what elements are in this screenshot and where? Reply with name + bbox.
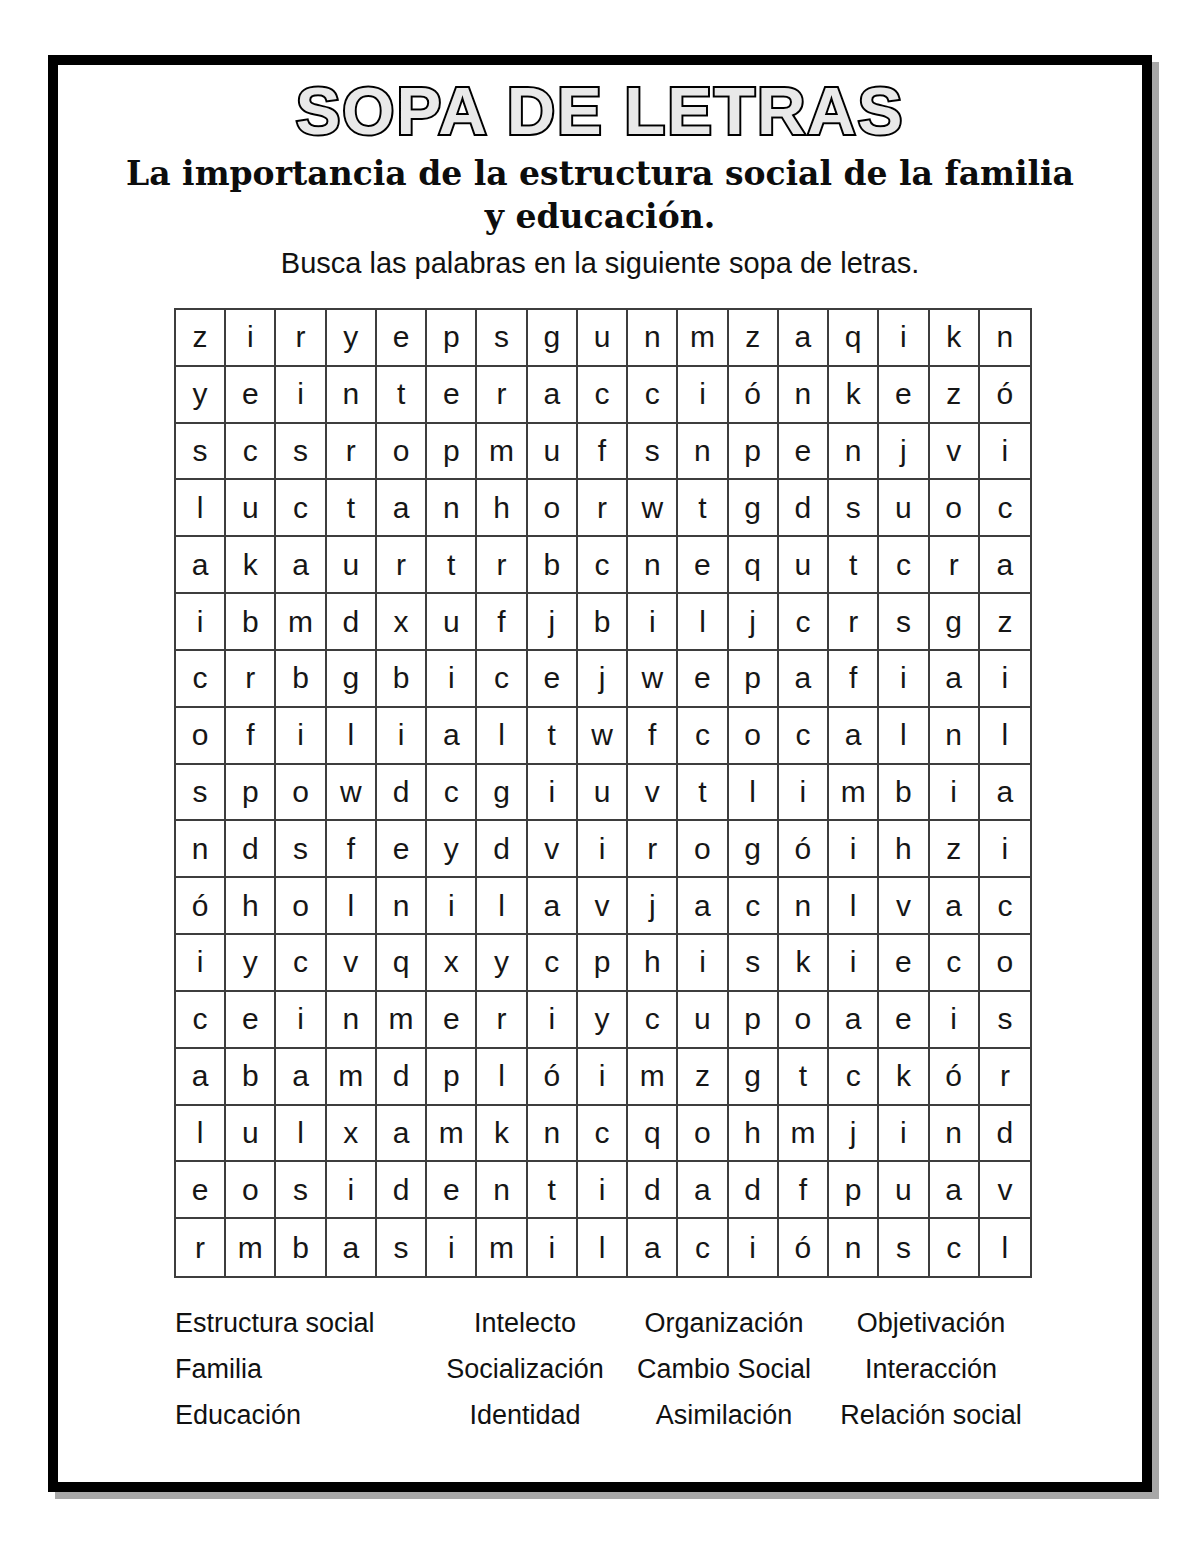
grid-cell-r14c1[interactable]: a	[176, 1049, 226, 1106]
puzzle-subtitle-line-2: y educación.	[0, 195, 1200, 238]
grid-cell-r10c16[interactable]: z	[930, 821, 980, 878]
grid-cell-r3c7[interactable]: m	[477, 424, 527, 481]
grid-cell-r3c17[interactable]: i	[980, 424, 1030, 481]
grid-cell-r11c5[interactable]: n	[377, 878, 427, 935]
grid-cell-r11c17[interactable]: c	[980, 878, 1030, 935]
grid-cell-r2c6[interactable]: e	[427, 367, 477, 424]
grid-cell-r16c14[interactable]: p	[829, 1162, 879, 1219]
grid-cell-r12c10[interactable]: h	[628, 935, 678, 992]
grid-cell-r17c15[interactable]: s	[879, 1219, 929, 1276]
grid-cell-r16c4[interactable]: i	[327, 1162, 377, 1219]
grid-cell-r14c7[interactable]: l	[477, 1049, 527, 1106]
grid-cell-r9c5[interactable]: d	[377, 765, 427, 822]
grid-cell-r8c4[interactable]: l	[327, 708, 377, 765]
grid-cell-r16c11[interactable]: a	[678, 1162, 728, 1219]
grid-cell-r11c4[interactable]: l	[327, 878, 377, 935]
grid-cell-r16c15[interactable]: u	[879, 1162, 929, 1219]
grid-cell-r13c16[interactable]: i	[930, 992, 980, 1049]
grid-cell-r2c11[interactable]: i	[678, 367, 728, 424]
grid-cell-r10c1[interactable]: n	[176, 821, 226, 878]
grid-cell-r16c10[interactable]: d	[628, 1162, 678, 1219]
grid-cell-r2c15[interactable]: e	[879, 367, 929, 424]
grid-cell-r13c17[interactable]: s	[980, 992, 1030, 1049]
grid-cell-r3c9[interactable]: f	[578, 424, 628, 481]
grid-cell-r15c2[interactable]: u	[226, 1106, 276, 1163]
grid-cell-r10c3[interactable]: s	[276, 821, 326, 878]
grid-cell-r8c12[interactable]: o	[729, 708, 779, 765]
grid-cell-r1c2[interactable]: i	[226, 310, 276, 367]
grid-cell-r5c7[interactable]: r	[477, 537, 527, 594]
grid-cell-r16c6[interactable]: e	[427, 1162, 477, 1219]
grid-cell-r16c8[interactable]: t	[528, 1162, 578, 1219]
grid-cell-r3c13[interactable]: e	[779, 424, 829, 481]
grid-cell-r17c6[interactable]: i	[427, 1219, 477, 1276]
grid-cell-r11c10[interactable]: j	[628, 878, 678, 935]
grid-cell-r7c9[interactable]: j	[578, 651, 628, 708]
grid-cell-r17c9[interactable]: l	[578, 1219, 628, 1276]
grid-cell-r6c13[interactable]: c	[779, 594, 829, 651]
grid-cell-r14c5[interactable]: d	[377, 1049, 427, 1106]
grid-cell-r13c3[interactable]: i	[276, 992, 326, 1049]
grid-cell-r3c1[interactable]: s	[176, 424, 226, 481]
grid-cell-r1c12[interactable]: z	[729, 310, 779, 367]
grid-cell-r8c7[interactable]: l	[477, 708, 527, 765]
grid-cell-r14c10[interactable]: m	[628, 1049, 678, 1106]
grid-cell-r1c7[interactable]: s	[477, 310, 527, 367]
grid-cell-r1c3[interactable]: r	[276, 310, 326, 367]
grid-cell-r17c7[interactable]: m	[477, 1219, 527, 1276]
grid-cell-r15c15[interactable]: i	[879, 1106, 929, 1163]
grid-cell-r2c2[interactable]: e	[226, 367, 276, 424]
grid-cell-r7c17[interactable]: i	[980, 651, 1030, 708]
grid-cell-r15c14[interactable]: j	[829, 1106, 879, 1163]
grid-cell-r9c13[interactable]: i	[779, 765, 829, 822]
grid-cell-r7c12[interactable]: p	[729, 651, 779, 708]
grid-cell-r13c14[interactable]: a	[829, 992, 879, 1049]
grid-cell-r8c13[interactable]: c	[779, 708, 829, 765]
grid-cell-r3c5[interactable]: o	[377, 424, 427, 481]
grid-cell-r15c3[interactable]: l	[276, 1106, 326, 1163]
grid-cell-r6c8[interactable]: j	[528, 594, 578, 651]
grid-cell-r5c5[interactable]: r	[377, 537, 427, 594]
grid-cell-r6c10[interactable]: i	[628, 594, 678, 651]
grid-cell-r5c13[interactable]: u	[779, 537, 829, 594]
grid-cell-r1c6[interactable]: p	[427, 310, 477, 367]
grid-cell-r13c2[interactable]: e	[226, 992, 276, 1049]
grid-cell-r8c11[interactable]: c	[678, 708, 728, 765]
grid-cell-r11c16[interactable]: a	[930, 878, 980, 935]
grid-cell-r4c5[interactable]: a	[377, 480, 427, 537]
grid-cell-r3c16[interactable]: v	[930, 424, 980, 481]
grid-cell-r17c5[interactable]: s	[377, 1219, 427, 1276]
grid-cell-r14c11[interactable]: z	[678, 1049, 728, 1106]
grid-cell-r11c11[interactable]: a	[678, 878, 728, 935]
grid-cell-r4c6[interactable]: n	[427, 480, 477, 537]
grid-cell-r9c8[interactable]: i	[528, 765, 578, 822]
grid-cell-r16c9[interactable]: i	[578, 1162, 628, 1219]
grid-cell-r15c10[interactable]: q	[628, 1106, 678, 1163]
grid-cell-r5c17[interactable]: a	[980, 537, 1030, 594]
grid-cell-r14c13[interactable]: t	[779, 1049, 829, 1106]
grid-cell-r8c6[interactable]: a	[427, 708, 477, 765]
grid-cell-r6c12[interactable]: j	[729, 594, 779, 651]
grid-cell-r15c9[interactable]: c	[578, 1106, 628, 1163]
grid-cell-r8c5[interactable]: i	[377, 708, 427, 765]
grid-cell-r6c2[interactable]: b	[226, 594, 276, 651]
grid-cell-r3c10[interactable]: s	[628, 424, 678, 481]
grid-cell-r1c10[interactable]: n	[628, 310, 678, 367]
grid-cell-r17c4[interactable]: a	[327, 1219, 377, 1276]
grid-cell-r13c10[interactable]: c	[628, 992, 678, 1049]
grid-cell-r14c2[interactable]: b	[226, 1049, 276, 1106]
grid-cell-r2c14[interactable]: k	[829, 367, 879, 424]
grid-cell-r4c9[interactable]: r	[578, 480, 628, 537]
grid-cell-r16c16[interactable]: a	[930, 1162, 980, 1219]
grid-cell-r10c15[interactable]: h	[879, 821, 929, 878]
grid-cell-r5c3[interactable]: a	[276, 537, 326, 594]
grid-cell-r9c15[interactable]: b	[879, 765, 929, 822]
grid-cell-r5c14[interactable]: t	[829, 537, 879, 594]
grid-cell-r16c2[interactable]: o	[226, 1162, 276, 1219]
grid-cell-r5c1[interactable]: a	[176, 537, 226, 594]
grid-cell-r2c1[interactable]: y	[176, 367, 226, 424]
grid-cell-r9c7[interactable]: g	[477, 765, 527, 822]
grid-cell-r14c9[interactable]: i	[578, 1049, 628, 1106]
grid-cell-r2c8[interactable]: a	[528, 367, 578, 424]
grid-cell-r5c2[interactable]: k	[226, 537, 276, 594]
grid-cell-r15c4[interactable]: x	[327, 1106, 377, 1163]
grid-cell-r10c17[interactable]: i	[980, 821, 1030, 878]
grid-cell-r12c9[interactable]: p	[578, 935, 628, 992]
grid-cell-r8c2[interactable]: f	[226, 708, 276, 765]
grid-cell-r6c6[interactable]: u	[427, 594, 477, 651]
puzzle-title: SOPA DE LETRAS	[0, 72, 1200, 149]
grid-cell-r3c6[interactable]: p	[427, 424, 477, 481]
grid-cell-r2c4[interactable]: n	[327, 367, 377, 424]
grid-cell-r10c11[interactable]: o	[678, 821, 728, 878]
grid-cell-r17c10[interactable]: a	[628, 1219, 678, 1276]
word-bank-column-4: ObjetivaciónInteracciónRelación social	[831, 1300, 1031, 1438]
grid-cell-r15c16[interactable]: n	[930, 1106, 980, 1163]
grid-cell-r13c13[interactable]: o	[779, 992, 829, 1049]
grid-cell-r3c11[interactable]: n	[678, 424, 728, 481]
grid-cell-r6c4[interactable]: d	[327, 594, 377, 651]
grid-cell-r11c3[interactable]: o	[276, 878, 326, 935]
grid-cell-r7c6[interactable]: i	[427, 651, 477, 708]
grid-cell-r9c16[interactable]: i	[930, 765, 980, 822]
grid-cell-r9c1[interactable]: s	[176, 765, 226, 822]
grid-cell-r13c1[interactable]: c	[176, 992, 226, 1049]
grid-cell-r12c12[interactable]: s	[729, 935, 779, 992]
grid-cell-r5c6[interactable]: t	[427, 537, 477, 594]
grid-cell-r5c12[interactable]: q	[729, 537, 779, 594]
grid-cell-r13c7[interactable]: r	[477, 992, 527, 1049]
grid-cell-r6c7[interactable]: f	[477, 594, 527, 651]
grid-cell-r10c2[interactable]: d	[226, 821, 276, 878]
grid-cell-r7c7[interactable]: c	[477, 651, 527, 708]
grid-cell-r13c15[interactable]: e	[879, 992, 929, 1049]
grid-cell-r1c11[interactable]: m	[678, 310, 728, 367]
grid-cell-r2c9[interactable]: c	[578, 367, 628, 424]
grid-cell-r6c1[interactable]: i	[176, 594, 226, 651]
grid-cell-r4c10[interactable]: w	[628, 480, 678, 537]
grid-cell-r2c13[interactable]: n	[779, 367, 829, 424]
grid-cell-r15c8[interactable]: n	[528, 1106, 578, 1163]
grid-cell-r13c4[interactable]: n	[327, 992, 377, 1049]
grid-cell-r10c10[interactable]: r	[628, 821, 678, 878]
grid-cell-r9c6[interactable]: c	[427, 765, 477, 822]
word-bank-column-3: OrganizaciónCambio SocialAsimilación	[617, 1300, 831, 1438]
grid-cell-r1c14[interactable]: q	[829, 310, 879, 367]
grid-cell-r5c9[interactable]: c	[578, 537, 628, 594]
grid-cell-r16c12[interactable]: d	[729, 1162, 779, 1219]
grid-cell-r4c2[interactable]: u	[226, 480, 276, 537]
grid-cell-r3c15[interactable]: j	[879, 424, 929, 481]
grid-cell-r16c13[interactable]: f	[779, 1162, 829, 1219]
grid-cell-r17c14[interactable]: n	[829, 1219, 879, 1276]
grid-cell-r4c17[interactable]: c	[980, 480, 1030, 537]
grid-cell-r10c5[interactable]: e	[377, 821, 427, 878]
grid-cell-r17c1[interactable]: r	[176, 1219, 226, 1276]
grid-cell-r1c17[interactable]: n	[980, 310, 1030, 367]
grid-cell-r10c7[interactable]: d	[477, 821, 527, 878]
grid-cell-r8c17[interactable]: l	[980, 708, 1030, 765]
grid-cell-r14c4[interactable]: m	[327, 1049, 377, 1106]
grid-cell-r5c16[interactable]: r	[930, 537, 980, 594]
grid-cell-r12c3[interactable]: c	[276, 935, 326, 992]
grid-cell-r6c17[interactable]: z	[980, 594, 1030, 651]
grid-cell-r14c17[interactable]: r	[980, 1049, 1030, 1106]
grid-cell-r3c2[interactable]: c	[226, 424, 276, 481]
grid-cell-r8c1[interactable]: o	[176, 708, 226, 765]
grid-cell-r14c16[interactable]: ó	[930, 1049, 980, 1106]
grid-cell-r13c8[interactable]: i	[528, 992, 578, 1049]
grid-cell-r8c10[interactable]: f	[628, 708, 678, 765]
grid-cell-r6c14[interactable]: r	[829, 594, 879, 651]
grid-cell-r15c7[interactable]: k	[477, 1106, 527, 1163]
grid-cell-r9c2[interactable]: p	[226, 765, 276, 822]
grid-cell-r6c5[interactable]: x	[377, 594, 427, 651]
grid-cell-r10c13[interactable]: ó	[779, 821, 829, 878]
grid-cell-r5c11[interactable]: e	[678, 537, 728, 594]
grid-cell-r16c7[interactable]: n	[477, 1162, 527, 1219]
grid-cell-r4c12[interactable]: g	[729, 480, 779, 537]
puzzle-instruction: Busca las palabras en la siguiente sopa …	[0, 247, 1200, 280]
grid-cell-r17c3[interactable]: b	[276, 1219, 326, 1276]
grid-cell-r1c1[interactable]: z	[176, 310, 226, 367]
word-item: Organización	[617, 1300, 831, 1346]
grid-cell-r6c9[interactable]: b	[578, 594, 628, 651]
grid-cell-r8c14[interactable]: a	[829, 708, 879, 765]
grid-cell-r11c6[interactable]: i	[427, 878, 477, 935]
grid-cell-r14c12[interactable]: g	[729, 1049, 779, 1106]
grid-cell-r6c11[interactable]: l	[678, 594, 728, 651]
grid-cell-r7c10[interactable]: w	[628, 651, 678, 708]
grid-cell-r7c8[interactable]: e	[528, 651, 578, 708]
grid-cell-r16c3[interactable]: s	[276, 1162, 326, 1219]
grid-cell-r17c17[interactable]: l	[980, 1219, 1030, 1276]
grid-cell-r17c11[interactable]: c	[678, 1219, 728, 1276]
grid-cell-r11c1[interactable]: ó	[176, 878, 226, 935]
grid-cell-r3c8[interactable]: u	[528, 424, 578, 481]
grid-cell-r3c3[interactable]: s	[276, 424, 326, 481]
grid-cell-r2c3[interactable]: i	[276, 367, 326, 424]
grid-cell-r7c16[interactable]: a	[930, 651, 980, 708]
grid-cell-r12c2[interactable]: y	[226, 935, 276, 992]
grid-cell-r12c7[interactable]: y	[477, 935, 527, 992]
grid-cell-r8c16[interactable]: n	[930, 708, 980, 765]
grid-cell-r10c12[interactable]: g	[729, 821, 779, 878]
grid-cell-r12c4[interactable]: v	[327, 935, 377, 992]
grid-cell-r15c13[interactable]: m	[779, 1106, 829, 1163]
grid-cell-r1c8[interactable]: g	[528, 310, 578, 367]
grid-cell-r2c16[interactable]: z	[930, 367, 980, 424]
grid-cell-r13c9[interactable]: y	[578, 992, 628, 1049]
grid-cell-r15c6[interactable]: m	[427, 1106, 477, 1163]
grid-cell-r13c6[interactable]: e	[427, 992, 477, 1049]
grid-cell-r8c15[interactable]: l	[879, 708, 929, 765]
grid-cell-r1c9[interactable]: u	[578, 310, 628, 367]
grid-cell-r11c12[interactable]: c	[729, 878, 779, 935]
grid-cell-r10c4[interactable]: f	[327, 821, 377, 878]
grid-cell-r1c13[interactable]: a	[779, 310, 829, 367]
grid-cell-r17c2[interactable]: m	[226, 1219, 276, 1276]
grid-cell-r12c14[interactable]: i	[829, 935, 879, 992]
grid-cell-r13c12[interactable]: p	[729, 992, 779, 1049]
grid-cell-r17c8[interactable]: i	[528, 1219, 578, 1276]
grid-cell-r13c11[interactable]: u	[678, 992, 728, 1049]
grid-cell-r7c13[interactable]: a	[779, 651, 829, 708]
grid-cell-r9c3[interactable]: o	[276, 765, 326, 822]
grid-cell-r11c7[interactable]: l	[477, 878, 527, 935]
grid-cell-r10c9[interactable]: i	[578, 821, 628, 878]
grid-cell-r17c16[interactable]: c	[930, 1219, 980, 1276]
grid-cell-r15c5[interactable]: a	[377, 1106, 427, 1163]
grid-cell-r9c9[interactable]: u	[578, 765, 628, 822]
grid-cell-r3c14[interactable]: n	[829, 424, 879, 481]
grid-cell-r5c15[interactable]: c	[879, 537, 929, 594]
grid-cell-r11c15[interactable]: v	[879, 878, 929, 935]
grid-cell-r11c8[interactable]: a	[528, 878, 578, 935]
word-item: Objetivación	[831, 1300, 1031, 1346]
grid-cell-r11c14[interactable]: l	[829, 878, 879, 935]
grid-cell-r13c5[interactable]: m	[377, 992, 427, 1049]
grid-cell-r4c3[interactable]: c	[276, 480, 326, 537]
grid-cell-r1c4[interactable]: y	[327, 310, 377, 367]
grid-cell-r14c8[interactable]: ó	[528, 1049, 578, 1106]
grid-cell-r4c4[interactable]: t	[327, 480, 377, 537]
grid-cell-r11c2[interactable]: h	[226, 878, 276, 935]
grid-cell-r4c11[interactable]: t	[678, 480, 728, 537]
grid-cell-r14c15[interactable]: k	[879, 1049, 929, 1106]
grid-cell-r5c8[interactable]: b	[528, 537, 578, 594]
grid-cell-r17c13[interactable]: ó	[779, 1219, 829, 1276]
grid-cell-r2c10[interactable]: c	[628, 367, 678, 424]
grid-cell-r12c13[interactable]: k	[779, 935, 829, 992]
grid-cell-r9c11[interactable]: t	[678, 765, 728, 822]
grid-cell-r9c10[interactable]: v	[628, 765, 678, 822]
grid-cell-r5c10[interactable]: n	[628, 537, 678, 594]
grid-cell-r12c6[interactable]: x	[427, 935, 477, 992]
grid-cell-r12c16[interactable]: c	[930, 935, 980, 992]
word-item: Relación social	[831, 1392, 1031, 1438]
grid-cell-r12c15[interactable]: e	[879, 935, 929, 992]
word-bank-column-2: IntelectoSocializaciónIdentidad	[433, 1300, 617, 1438]
grid-cell-r5c4[interactable]: u	[327, 537, 377, 594]
grid-cell-r9c12[interactable]: l	[729, 765, 779, 822]
grid-cell-r7c15[interactable]: i	[879, 651, 929, 708]
grid-cell-r15c17[interactable]: d	[980, 1106, 1030, 1163]
grid-cell-r12c17[interactable]: o	[980, 935, 1030, 992]
grid-cell-r2c5[interactable]: t	[377, 367, 427, 424]
grid-cell-r4c16[interactable]: o	[930, 480, 980, 537]
grid-cell-r6c16[interactable]: g	[930, 594, 980, 651]
grid-cell-r11c13[interactable]: n	[779, 878, 829, 935]
grid-cell-r2c12[interactable]: ó	[729, 367, 779, 424]
grid-cell-r4c1[interactable]: l	[176, 480, 226, 537]
grid-cell-r15c1[interactable]: l	[176, 1106, 226, 1163]
grid-cell-r9c4[interactable]: w	[327, 765, 377, 822]
grid-cell-r10c14[interactable]: i	[829, 821, 879, 878]
grid-cell-r16c17[interactable]: v	[980, 1162, 1030, 1219]
grid-cell-r1c16[interactable]: k	[930, 310, 980, 367]
grid-cell-r7c1[interactable]: c	[176, 651, 226, 708]
grid-cell-r2c17[interactable]: ó	[980, 367, 1030, 424]
grid-cell-r7c5[interactable]: b	[377, 651, 427, 708]
grid-cell-r10c8[interactable]: v	[528, 821, 578, 878]
grid-cell-r12c8[interactable]: c	[528, 935, 578, 992]
grid-cell-r7c3[interactable]: b	[276, 651, 326, 708]
grid-cell-r8c9[interactable]: w	[578, 708, 628, 765]
grid-cell-r16c1[interactable]: e	[176, 1162, 226, 1219]
grid-cell-r2c7[interactable]: r	[477, 367, 527, 424]
grid-cell-r8c3[interactable]: i	[276, 708, 326, 765]
grid-cell-r6c3[interactable]: m	[276, 594, 326, 651]
grid-cell-r7c4[interactable]: g	[327, 651, 377, 708]
grid-cell-r4c15[interactable]: u	[879, 480, 929, 537]
grid-cell-r1c15[interactable]: i	[879, 310, 929, 367]
grid-cell-r6c15[interactable]: s	[879, 594, 929, 651]
grid-cell-r14c3[interactable]: a	[276, 1049, 326, 1106]
grid-cell-r9c17[interactable]: a	[980, 765, 1030, 822]
grid-cell-r12c1[interactable]: i	[176, 935, 226, 992]
grid-cell-r14c6[interactable]: p	[427, 1049, 477, 1106]
grid-cell-r12c5[interactable]: q	[377, 935, 427, 992]
grid-cell-r4c8[interactable]: o	[528, 480, 578, 537]
word-item: Intelecto	[433, 1300, 617, 1346]
grid-cell-r15c12[interactable]: h	[729, 1106, 779, 1163]
grid-cell-r1c5[interactable]: e	[377, 310, 427, 367]
grid-cell-r15c11[interactable]: o	[678, 1106, 728, 1163]
grid-cell-r4c7[interactable]: h	[477, 480, 527, 537]
grid-cell-r16c5[interactable]: d	[377, 1162, 427, 1219]
grid-cell-r4c14[interactable]: s	[829, 480, 879, 537]
grid-cell-r7c11[interactable]: e	[678, 651, 728, 708]
grid-cell-r12c11[interactable]: i	[678, 935, 728, 992]
grid-cell-r14c14[interactable]: c	[829, 1049, 879, 1106]
grid-cell-r17c12[interactable]: i	[729, 1219, 779, 1276]
grid-cell-r7c2[interactable]: r	[226, 651, 276, 708]
grid-cell-r7c14[interactable]: f	[829, 651, 879, 708]
grid-cell-r3c12[interactable]: p	[729, 424, 779, 481]
grid-cell-r8c8[interactable]: t	[528, 708, 578, 765]
grid-cell-r4c13[interactable]: d	[779, 480, 829, 537]
grid-cell-r10c6[interactable]: y	[427, 821, 477, 878]
grid-cell-r9c14[interactable]: m	[829, 765, 879, 822]
grid-cell-r3c4[interactable]: r	[327, 424, 377, 481]
grid-cell-r11c9[interactable]: v	[578, 878, 628, 935]
word-item: Familia	[175, 1346, 433, 1392]
